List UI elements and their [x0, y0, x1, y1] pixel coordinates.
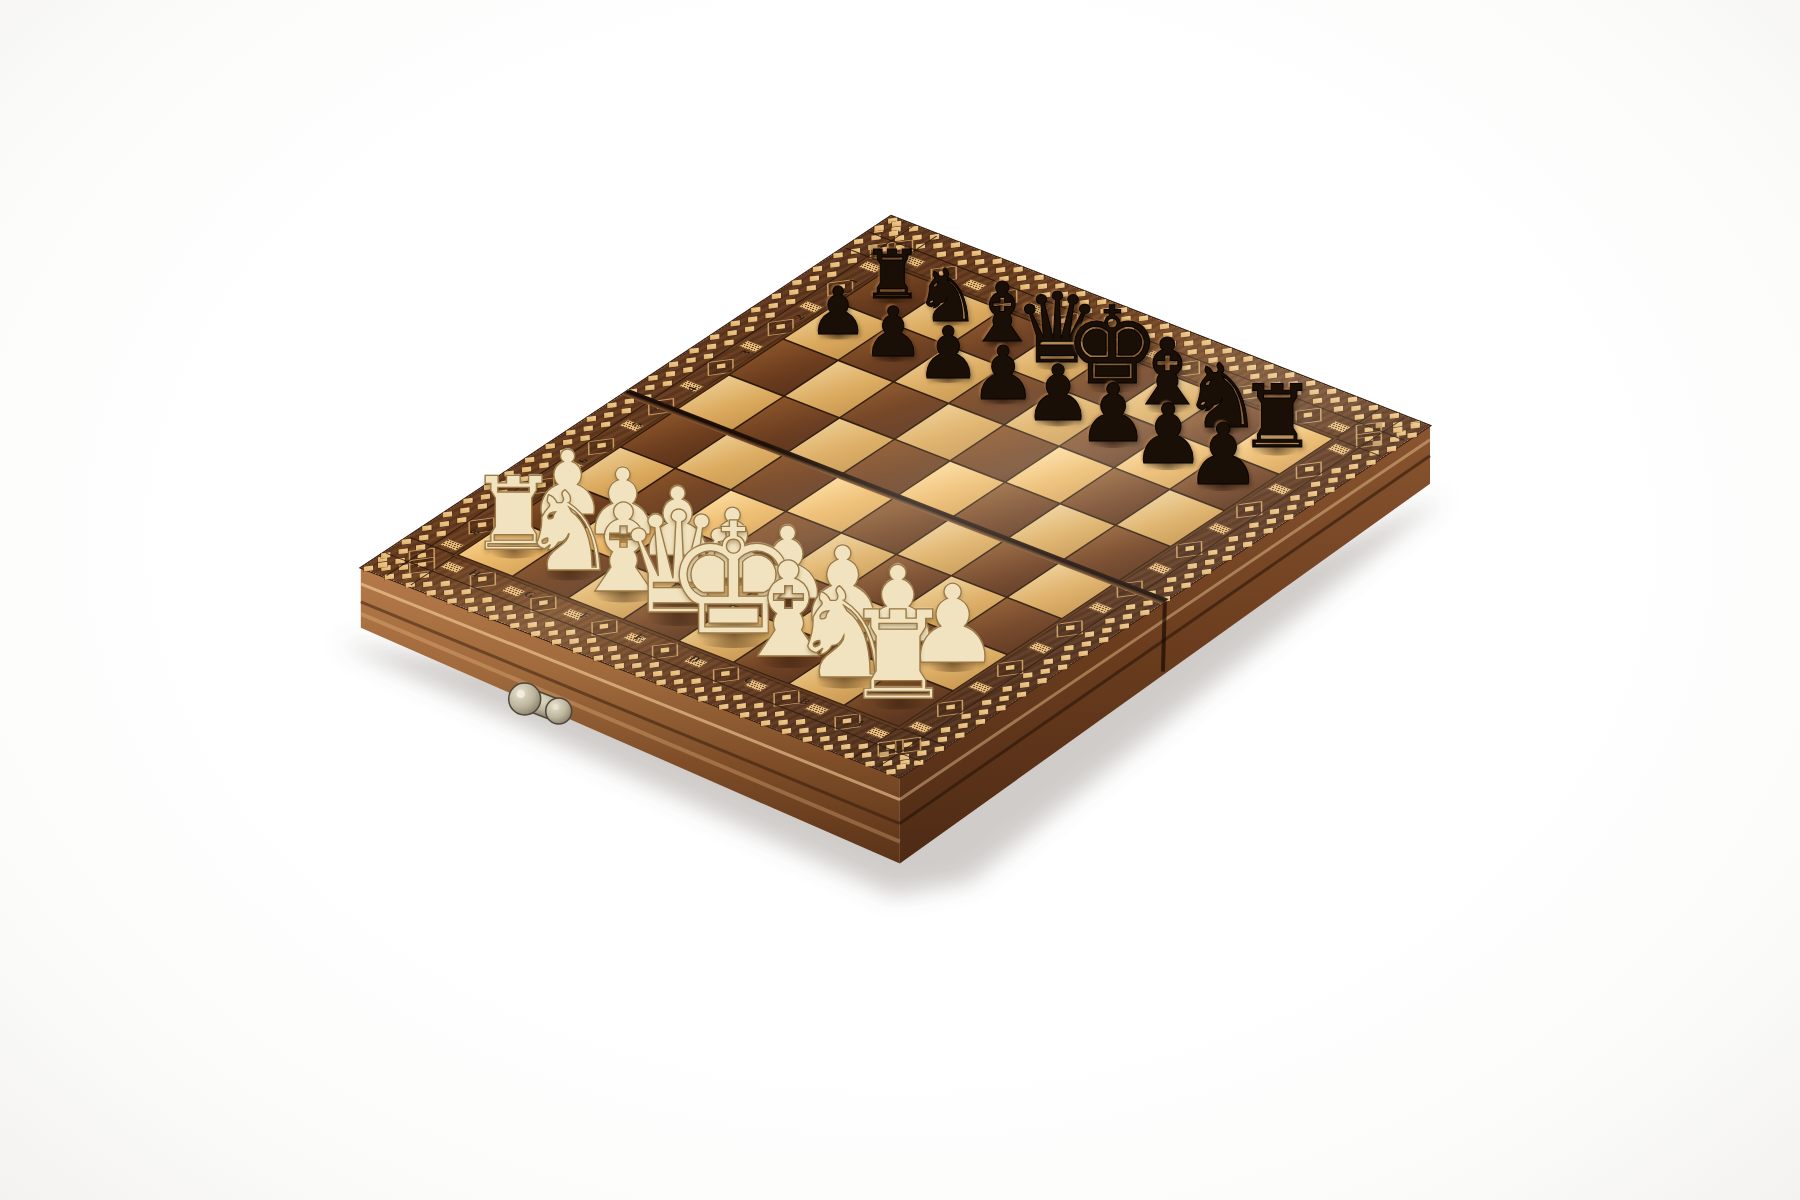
inlay-diamond [1268, 373, 1277, 379]
inlay-diamond [761, 720, 770, 726]
inlay-diamond [1142, 324, 1151, 330]
inlay-diamond [525, 457, 534, 463]
inlay-cartouche [1204, 373, 1230, 386]
inlay-diamond [710, 334, 719, 340]
inlay-diamond [1205, 559, 1214, 565]
inlay-diamond [482, 597, 491, 603]
inlay-diamond [1076, 291, 1085, 297]
inlay-diamond [1041, 292, 1050, 298]
inlay-diamond [650, 662, 659, 668]
inlay-diamond [549, 630, 558, 636]
inlay-diamond [833, 252, 842, 258]
inlay-diamond [545, 621, 554, 627]
inlay-diamond [838, 735, 847, 741]
inlay-diamond [399, 548, 408, 554]
inlay-diamond [695, 687, 704, 693]
inlay-diamond [979, 709, 988, 715]
inlay-cartouche [1022, 302, 1048, 315]
inlay-cartouche [1144, 350, 1170, 363]
inlay-diamond [754, 703, 763, 709]
inlay-diamond [625, 398, 634, 404]
inlay-diamond [1125, 325, 1134, 331]
inlay-cartouche [865, 727, 891, 740]
inlay-diamond [751, 307, 760, 313]
inlay-diamond [1208, 549, 1217, 555]
inlay-diamond [1188, 563, 1197, 569]
inlay-diamond [1013, 266, 1022, 272]
inlay-diamond [478, 576, 487, 582]
inlay-diamond [423, 581, 432, 587]
inlay-diamond [546, 443, 555, 449]
inlay-diamond [1102, 627, 1111, 633]
inlay-diamond [465, 597, 474, 603]
inlay-diamond [1250, 373, 1259, 379]
inlay-diamond [845, 753, 854, 759]
inlay-diamond [1292, 390, 1301, 396]
inlay-diamond [608, 646, 617, 652]
inlay-diamond [463, 498, 472, 504]
inlay-diamond [677, 687, 686, 693]
inlay-diamond [727, 330, 736, 336]
inlay-diamond [607, 402, 616, 408]
inlay-diamond [552, 639, 561, 645]
inlay-diamond [669, 361, 678, 367]
inlay-diamond [573, 647, 582, 653]
inlay-diamond [587, 416, 596, 422]
inlay-diamond [1390, 413, 1399, 419]
inlay-diamond [422, 525, 431, 531]
inlay-diamond [1066, 625, 1075, 631]
inlay-diamond [836, 284, 845, 290]
inlay-diamond [566, 429, 575, 435]
inlay-diamond [707, 344, 716, 350]
inlay-diamond [460, 507, 469, 513]
inlay-diamond [1003, 686, 1012, 692]
inlay-diamond [865, 761, 874, 767]
inlay-diamond [933, 243, 942, 249]
inlay-diamond [820, 736, 829, 742]
inlay-diamond [441, 581, 450, 587]
inlay-diamond [1208, 357, 1217, 363]
inlay-diamond [1181, 331, 1190, 337]
inlay-diamond [507, 614, 516, 620]
inlay-diamond [972, 250, 981, 256]
inlay-diamond [522, 466, 531, 472]
inlay-diamond [443, 511, 452, 517]
inlay-diamond [461, 589, 470, 595]
inlay-diamond [501, 480, 510, 486]
inlay-diamond [1411, 423, 1420, 429]
inlay-diamond [1229, 536, 1238, 542]
inlay-diamond [1309, 389, 1318, 395]
inlay-diamond [1080, 300, 1089, 306]
inlay-diamond [1083, 308, 1092, 314]
inlay-diamond [611, 654, 620, 660]
inlay-diamond [1064, 645, 1073, 651]
inlay-diamond [653, 671, 662, 677]
inlay-diamond [402, 573, 411, 579]
inlay-diamond [1082, 641, 1091, 647]
inlay-diamond [758, 711, 767, 717]
inlay-diamond [1146, 333, 1155, 339]
inlay-diamond [689, 348, 698, 354]
inlay-diamond [1167, 341, 1176, 347]
inlay-diamond [1285, 372, 1294, 378]
inlay-diamond [402, 539, 411, 545]
inlay-diamond [666, 371, 675, 377]
inlay-diamond [1139, 315, 1148, 321]
inlay-diamond [670, 670, 679, 676]
inlay-diamond [1308, 491, 1317, 497]
inlay-diamond [1020, 284, 1029, 290]
inlay-diamond [1243, 356, 1252, 362]
inlay-diamond [584, 425, 593, 431]
fold-seam-side [1163, 602, 1165, 672]
inlay-diamond [1352, 454, 1361, 460]
inlay-diamond [789, 289, 798, 295]
inlay-diamond [1330, 397, 1339, 403]
inlay-diamond [590, 646, 599, 652]
inlay-diamond [1062, 300, 1071, 306]
inlay-diamond [1270, 509, 1279, 515]
inlay-diamond [484, 484, 493, 490]
inlay-cartouche [1265, 397, 1291, 410]
inlay-diamond [716, 695, 725, 701]
inlay-diamond [656, 679, 665, 685]
inlay-diamond [1205, 348, 1214, 354]
inlay-diamond [1327, 388, 1336, 394]
inlay-diamond [719, 704, 728, 710]
inlay-diamond [999, 276, 1008, 282]
inlay-diamond [1313, 398, 1322, 404]
inlay-diamond [813, 266, 822, 272]
inlay-diamond [661, 647, 670, 653]
inlay-diamond [537, 482, 546, 488]
inlay-diamond [1306, 380, 1315, 386]
inlay-diamond [1351, 405, 1360, 411]
inlay-diamond [799, 728, 808, 734]
inlay-diamond [1143, 600, 1152, 606]
inlay-diamond [1267, 518, 1276, 524]
inlay-diamond [939, 270, 948, 276]
inlay-diamond [1006, 664, 1015, 670]
inlay-diamond [954, 251, 963, 257]
inlay-diamond [810, 275, 819, 281]
inlay-diamond [447, 598, 456, 604]
inlay-diamond [1289, 381, 1298, 387]
inlay-diamond [817, 727, 826, 733]
inlay-diamond [843, 718, 852, 724]
inlay-diamond [1105, 618, 1114, 624]
inlay-diamond [440, 521, 449, 527]
inlay-diamond [539, 600, 548, 606]
inlay-diamond [364, 565, 373, 571]
inlay-diamond [674, 679, 683, 685]
inlay-diamond [1348, 397, 1357, 403]
inlay-diamond [1226, 545, 1235, 551]
inlay-diamond [958, 723, 967, 729]
inlay-diamond [1061, 655, 1070, 661]
inlay-diamond [1334, 406, 1343, 412]
inlay-diamond [1118, 307, 1127, 313]
inlay-diamond [615, 663, 624, 669]
inlay-diamond [489, 614, 498, 620]
inlay-diamond [778, 719, 787, 725]
inlay-diamond [1226, 356, 1235, 362]
inlay-diamond [1104, 316, 1113, 322]
inlay-diamond [1187, 349, 1196, 355]
inlay-diamond [427, 590, 436, 596]
inlay-diamond [1164, 586, 1173, 592]
inlay-diamond [1372, 413, 1381, 419]
inlay-diamond [975, 259, 984, 265]
inlay-diamond [803, 736, 812, 742]
inlay-diamond [996, 267, 1005, 273]
inlay-diamond [686, 357, 695, 363]
inlay-diamond [717, 363, 726, 369]
inlay-diamond [712, 686, 721, 692]
inlay-diamond [1121, 316, 1130, 322]
inlay-diamond [1246, 532, 1255, 538]
inlay-diamond [1243, 388, 1252, 394]
inlay-diamond [1287, 504, 1296, 510]
inlay-diamond [1034, 275, 1043, 281]
inlay-diamond [510, 622, 519, 628]
inlay-diamond [978, 268, 987, 274]
inlay-diamond [468, 606, 477, 612]
inlay-diamond [897, 764, 906, 770]
inlay-diamond [1184, 573, 1193, 579]
inlay-diamond [1061, 317, 1070, 323]
inlay-diamond [1185, 545, 1194, 551]
inlay-diamond [824, 744, 833, 750]
inlay-diamond [721, 671, 730, 677]
inlay-diamond [1331, 468, 1340, 474]
inlay-diamond [958, 259, 967, 265]
inlay-diamond [740, 712, 749, 718]
inlay-diamond [528, 622, 537, 628]
inlay-diamond [1184, 340, 1193, 346]
inlay-diamond [1305, 466, 1314, 472]
inlay-diamond [961, 713, 970, 719]
inlay-diamond [648, 375, 657, 381]
inlay-diamond [486, 606, 495, 612]
inlay-cartouche [499, 499, 525, 512]
inlay-diamond [920, 740, 929, 746]
inlay-diamond [1017, 275, 1026, 281]
inlay-diamond [792, 279, 801, 285]
inlay-diamond [1245, 506, 1254, 512]
inlay-diamond [748, 316, 757, 322]
inlay-diamond [938, 736, 947, 742]
inlay-diamond [1328, 477, 1337, 483]
inlay-diamond [481, 494, 490, 500]
inlay-diamond [1222, 348, 1231, 354]
inlay-diamond [1044, 659, 1053, 665]
inlay-diamond [504, 470, 513, 476]
inlay-diamond [993, 258, 1002, 264]
inlay-diamond [1202, 340, 1211, 346]
inlay-diamond [1059, 291, 1068, 297]
inlay-diamond [698, 696, 707, 702]
inlay-diamond [782, 728, 791, 734]
inlay-diamond [1182, 365, 1191, 371]
inlay-diamond [999, 695, 1008, 701]
inlay-diamond [1097, 299, 1106, 305]
inlay-diamond [886, 769, 895, 775]
inlay-diamond [776, 323, 785, 329]
inlay-diamond [1020, 682, 1029, 688]
inlay-diamond [830, 262, 839, 268]
inlay-diamond [1055, 283, 1064, 289]
inlay-diamond [531, 631, 540, 637]
inlay-diamond [1126, 604, 1135, 610]
inlay-diamond [645, 385, 654, 391]
inlay-cartouche [1083, 326, 1109, 339]
inlay-diamond [1163, 332, 1172, 338]
inlay-diamond [912, 234, 921, 240]
inlay-diamond [733, 694, 742, 700]
inlay-diamond [1085, 631, 1094, 637]
inlay-diamond [594, 655, 603, 661]
inlay-diamond [587, 637, 596, 643]
inlay-diamond [563, 439, 572, 445]
inlay-diamond [941, 727, 950, 733]
inlay-diamond [1023, 672, 1032, 678]
inlay-diamond [1123, 614, 1132, 620]
inlay-diamond [569, 638, 578, 644]
inlay-diamond [775, 711, 784, 717]
inlay-diamond [854, 239, 863, 245]
inlay-diamond [444, 589, 453, 595]
inlay-diamond [1229, 365, 1238, 371]
inlay-diamond [862, 752, 871, 758]
inlay-diamond [1247, 365, 1256, 371]
inlay-diamond [1000, 294, 1009, 300]
inlay-diamond [636, 671, 645, 677]
inlay-diamond [1100, 308, 1109, 314]
inlay-diamond [769, 303, 778, 309]
inlay-diamond [982, 700, 991, 706]
inlay-diamond [1160, 323, 1169, 329]
inlay-diamond [1290, 495, 1299, 501]
inlay-cartouche [1326, 421, 1352, 434]
inlay-diamond [524, 613, 533, 619]
inlay-diamond [1038, 283, 1047, 289]
inlay-diamond [597, 442, 606, 448]
inlay-cartouche [804, 703, 830, 716]
inlay-diamond [1304, 412, 1313, 418]
inlay-diamond [477, 522, 486, 528]
inlay-diamond [1349, 464, 1358, 470]
inlay-cartouche [961, 279, 987, 292]
inlay-diamond [841, 744, 850, 750]
inlay-diamond [542, 453, 551, 459]
inlay-diamond [600, 623, 609, 629]
product-photo-scene: Handcrafted carved wooden folding chess … [0, 0, 1800, 1200]
inlay-diamond [772, 293, 781, 299]
inlay-cartouche [858, 261, 884, 274]
inlay-diamond [503, 605, 512, 611]
inlay-diamond [632, 662, 641, 668]
inlay-diamond [1264, 364, 1273, 370]
inlay-diamond [419, 535, 428, 541]
inlay-diamond [737, 703, 746, 709]
inlay-diamond [731, 320, 740, 326]
inlay-diamond [1249, 522, 1258, 528]
inlay-diamond [782, 694, 791, 700]
inlay-diamond [691, 678, 700, 684]
inlay-diamond [1167, 577, 1176, 583]
inlay-diamond [1122, 341, 1131, 347]
inlay-diamond [951, 242, 960, 248]
inlay-diamond [604, 412, 613, 418]
inlay-diamond [937, 251, 946, 257]
inlay-diamond [796, 719, 805, 725]
inlay-diamond [629, 654, 638, 660]
inlay-diamond [946, 704, 955, 710]
inlay-diamond [566, 629, 575, 635]
inlay-diamond [1311, 481, 1320, 487]
inlay-cartouche [798, 301, 824, 314]
inlay-diamond [1271, 381, 1280, 387]
inlay-diamond [1041, 668, 1050, 674]
